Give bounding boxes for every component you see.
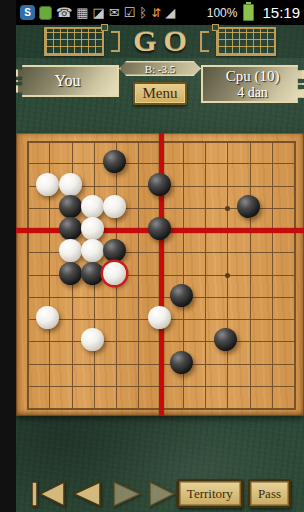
go-board[interactable] [16,133,304,416]
menu-button[interactable]: Menu [133,82,187,105]
star-point [225,273,230,278]
stone-black [59,195,82,218]
stone-white [59,173,82,196]
star-point [225,206,230,211]
stone-black [148,173,171,196]
territory-button[interactable]: Territory [177,479,243,508]
action-buttons: Territory Pass [177,479,291,508]
battery-percent: 100% [207,6,238,20]
score-estimate: B: -3.5 [119,61,201,76]
stone-black [148,217,171,240]
stone-black [59,262,82,285]
player-right-plaque: Cpu (10) 4 dan [201,65,304,103]
nav-forward-button[interactable] [108,480,145,508]
menu-label: Menu [143,85,178,102]
territory-label: Territory [187,486,233,502]
stone-black [59,217,82,240]
status-bar: S☎▦◪✉☑ᛒ⇵◢ 100% 15:19 [16,0,304,25]
stone-white [103,195,126,218]
player-right-name: Cpu (10) [201,68,304,85]
sim-toolkit-icon: ▦ [76,6,88,19]
player-left-name: You [55,72,81,90]
traffic-icon: ⇵ [151,7,161,19]
stone-white [36,173,59,196]
stone-black [81,262,104,285]
score-text: B: -3.5 [145,63,176,75]
grid-vline [250,142,251,409]
stone-white [81,239,104,262]
battery-widget-icon [39,6,52,20]
call-forward-icon: ☎ [56,6,72,19]
skype-icon: S [20,5,35,20]
grid-vline [272,142,273,409]
stone-white [59,239,82,262]
status-icons: S☎▦◪✉☑ᛒ⇵◢ [20,5,203,20]
gallery-icon: ◪ [93,6,105,19]
tasks-icon: ☑ [124,6,136,19]
signal-icon: ◢ [165,6,175,19]
stone-black [237,195,260,218]
pass-label: Pass [258,486,281,502]
move-navigation [30,480,184,508]
stone-white [81,328,104,351]
app-title: GO [16,24,304,58]
app-screen: S☎▦◪✉☑ᛒ⇵◢ 100% 15:19 GO You Cpu (10) 4 d… [16,0,304,512]
nav-first-button[interactable] [30,480,67,508]
stone-black [170,351,193,374]
stone-black [170,284,193,307]
nav-back-button[interactable] [69,480,106,508]
stone-white [81,195,104,218]
stone-white [148,306,171,329]
email-icon: ✉ [109,6,120,19]
clock: 15:19 [262,4,300,21]
bluetooth-icon: ᛒ [139,6,147,19]
grid-vline [205,142,206,409]
pass-button[interactable]: Pass [248,479,291,508]
player-right-rank: 4 dan [201,85,304,101]
stone-white [81,217,104,240]
stone-white [103,262,126,285]
battery-icon [243,4,254,21]
player-left-plaque: You [16,65,119,97]
